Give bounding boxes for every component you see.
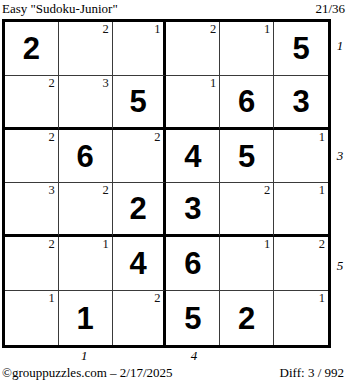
column-label-1 [2,349,57,364]
corner-mark: 2 [49,238,55,252]
given-digit: 5 [184,303,201,334]
cell-r3c5[interactable]: 5 [220,130,274,184]
cell-r2c3[interactable]: 5 [113,76,167,130]
cell-r6c5[interactable]: 2 [220,291,274,345]
cell-r6c2[interactable]: 1 [59,291,113,345]
corner-mark: 3 [102,77,108,91]
cell-r4c1[interactable]: 3 [5,183,59,237]
cell-r1c4[interactable]: 2 [166,22,220,76]
cell-r6c1[interactable]: 1 [5,291,59,345]
corner-mark: 2 [49,131,55,145]
cell-r5c2[interactable]: 1 [59,237,113,291]
cell-r5c6[interactable]: 2 [274,237,328,291]
cell-r2c5[interactable]: 6 [220,76,274,130]
row-label-1: 1 [333,19,347,74]
corner-mark: 1 [264,238,270,252]
given-digit: 5 [292,33,309,64]
cell-r3c6[interactable]: 1 [274,130,328,184]
corner-mark: 2 [154,292,160,306]
given-digit: 5 [129,86,146,117]
given-digit: 1 [77,303,94,334]
row-label-3: 3 [333,129,347,184]
column-label-4: 4 [166,349,221,364]
cell-r4c2[interactable]: 2 [59,183,113,237]
given-digit: 6 [184,248,201,279]
corner-mark: 1 [319,292,325,306]
corner-mark: 2 [49,77,55,91]
corner-mark: 1 [102,238,108,252]
corner-mark: 2 [264,184,270,198]
cell-r3c4[interactable]: 4 [166,130,220,184]
given-digit: 6 [238,86,255,117]
cell-r6c6[interactable]: 1 [274,291,328,345]
cell-r3c2[interactable]: 6 [59,130,113,184]
corner-mark: 3 [49,184,55,198]
corner-mark: 2 [102,23,108,37]
cell-r1c5[interactable]: 1 [220,22,274,76]
cell-r4c6[interactable]: 1 [274,183,328,237]
cell-r3c1[interactable]: 2 [5,130,59,184]
cell-r2c1[interactable]: 2 [5,76,59,130]
corner-mark: 1 [49,292,55,306]
corner-mark: 1 [319,131,325,145]
cell-r6c3[interactable]: 2 [113,291,167,345]
cell-r1c6[interactable]: 5 [274,22,328,76]
sudoku-grid: 221215235163262451322321214612112521 [2,19,331,348]
given-digit: 4 [184,141,201,172]
row-label-4 [333,183,347,238]
cell-r4c5[interactable]: 2 [220,183,274,237]
copyright-date: ©grouppuzzles.com – 2/17/2025 [2,365,173,381]
cell-r2c4[interactable]: 1 [166,76,220,130]
corner-mark: 1 [264,23,270,37]
cell-r6c4[interactable]: 5 [166,291,220,345]
given-digit: 3 [184,193,201,224]
cell-r5c5[interactable]: 1 [220,237,274,291]
row-label-2 [333,74,347,129]
column-label-2: 1 [57,349,112,364]
cell-r5c1[interactable]: 2 [5,237,59,291]
cell-r1c1[interactable]: 2 [5,22,59,76]
given-digit: 4 [129,248,146,279]
corner-mark: 1 [210,77,216,91]
given-digit: 2 [238,303,255,334]
given-digit: 2 [23,33,40,64]
corner-mark: 2 [210,23,216,37]
cell-r5c3[interactable]: 4 [113,237,167,291]
row-label-5: 5 [333,238,347,293]
column-label-6 [276,349,331,364]
cell-r4c3[interactable]: 2 [113,183,167,237]
corner-mark: 2 [154,131,160,145]
difficulty-label: Diff: 3 / 992 [280,365,344,381]
cell-r1c3[interactable]: 1 [113,22,167,76]
given-digit: 6 [77,141,94,172]
row-labels: 135 [333,19,347,348]
puzzle-counter: 21/36 [315,1,345,17]
column-label-5 [221,349,276,364]
puzzle-page: Easy "Sudoku-Junior" 21/36 2212152351632… [0,0,347,381]
column-labels: 14 [2,349,331,364]
corner-mark: 1 [154,23,160,37]
row-label-6 [333,293,347,348]
cell-r5c4[interactable]: 6 [166,237,220,291]
cell-r2c2[interactable]: 3 [59,76,113,130]
page-title: Easy "Sudoku-Junior" [2,1,118,17]
given-digit: 3 [292,86,309,117]
corner-mark: 2 [319,238,325,252]
cell-r3c3[interactable]: 2 [113,130,167,184]
corner-mark: 2 [102,184,108,198]
given-digit: 5 [238,141,255,172]
cell-r4c4[interactable]: 3 [166,183,220,237]
cell-r2c6[interactable]: 3 [274,76,328,130]
column-label-3 [112,349,167,364]
corner-mark: 1 [319,184,325,198]
given-digit: 2 [129,193,146,224]
cell-r1c2[interactable]: 2 [59,22,113,76]
